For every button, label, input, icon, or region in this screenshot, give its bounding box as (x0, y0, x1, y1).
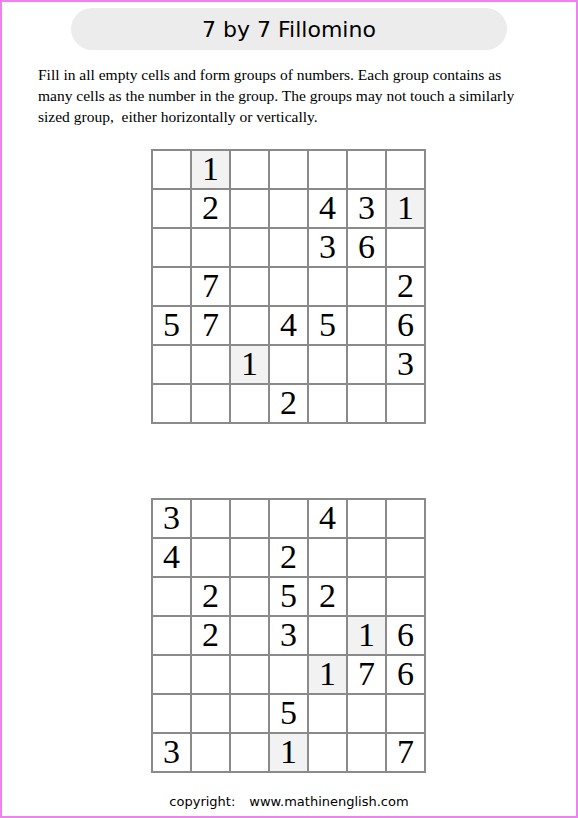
grid-cell-r6c7: 3 (387, 346, 424, 383)
grid-cell-r7c1[interactable] (153, 385, 190, 422)
grid-cell-r1c7[interactable] (387, 500, 424, 537)
grid-cell-r4c7: 2 (387, 268, 424, 305)
grid-cell-r7c4: 1 (270, 734, 307, 771)
grid-cell-r5c4[interactable] (270, 656, 307, 693)
grid-cell-r3c6: 6 (348, 229, 385, 266)
grid-cell-r2c1: 4 (153, 539, 190, 576)
grid-cell-r7c3[interactable] (231, 385, 268, 422)
grid-cell-r3c5: 2 (309, 578, 346, 615)
grid-cell-r6c7[interactable] (387, 695, 424, 732)
grid-cell-r1c2: 1 (192, 151, 229, 188)
grid-cell-r7c2[interactable] (192, 385, 229, 422)
grid-cell-r4c7: 6 (387, 617, 424, 654)
grid-cell-r1c5[interactable] (309, 151, 346, 188)
grid-cell-r5c2: 7 (192, 307, 229, 344)
grid-cell-r2c6[interactable] (348, 539, 385, 576)
grid-cell-r3c5: 3 (309, 229, 346, 266)
grid-cell-r6c4[interactable] (270, 346, 307, 383)
grid-cell-r1c3[interactable] (231, 151, 268, 188)
grid-cell-r7c6[interactable] (348, 734, 385, 771)
grid-cell-r1c6[interactable] (348, 151, 385, 188)
grid-cell-r5c1: 5 (153, 307, 190, 344)
grid-cell-r2c5[interactable] (309, 539, 346, 576)
grid-cell-r1c1[interactable] (153, 151, 190, 188)
copyright-label: copyright: (169, 794, 235, 809)
grid-cell-r5c3[interactable] (231, 656, 268, 693)
grid-cell-r2c4[interactable] (270, 190, 307, 227)
grid-cell-r3c7[interactable] (387, 229, 424, 266)
grid-cell-r1c5: 4 (309, 500, 346, 537)
grid-cell-r3c1[interactable] (153, 229, 190, 266)
grid-cell-r4c6: 1 (348, 617, 385, 654)
instructions-line-3: sized group, either horizontally or vert… (38, 106, 548, 127)
title-pill: 7 by 7 Fillomino (71, 8, 507, 50)
grid-cell-r6c5[interactable] (309, 346, 346, 383)
grid-cell-r4c5[interactable] (309, 268, 346, 305)
grid-cell-r7c5[interactable] (309, 734, 346, 771)
grid-cell-r5c7: 6 (387, 307, 424, 344)
grid-cell-r4c1[interactable] (153, 268, 190, 305)
instructions: Fill in all empty cells and form groups … (38, 64, 548, 127)
grid-cell-r7c3[interactable] (231, 734, 268, 771)
grid-cell-r5c2[interactable] (192, 656, 229, 693)
grid-cell-r6c3: 1 (231, 346, 268, 383)
grid-cell-r5c6[interactable] (348, 307, 385, 344)
grid-cell-r4c2: 2 (192, 617, 229, 654)
grid-cell-r5c1[interactable] (153, 656, 190, 693)
grid-cell-r3c4: 5 (270, 578, 307, 615)
grid-cell-r3c7[interactable] (387, 578, 424, 615)
grid-cell-r3c1[interactable] (153, 578, 190, 615)
grid-cell-r5c7: 6 (387, 656, 424, 693)
grid-cell-r1c1: 3 (153, 500, 190, 537)
grid-cell-r1c2[interactable] (192, 500, 229, 537)
copyright: copyright:www.mathinenglish.com (0, 794, 578, 809)
grid-cell-r1c3[interactable] (231, 500, 268, 537)
grid-cell-r5c5: 1 (309, 656, 346, 693)
grid-cell-r2c1[interactable] (153, 190, 190, 227)
grid-cell-r3c3[interactable] (231, 578, 268, 615)
grid-cell-r6c5[interactable] (309, 695, 346, 732)
grid-cell-r3c3[interactable] (231, 229, 268, 266)
grid-cell-r1c6[interactable] (348, 500, 385, 537)
grid-cell-r5c3[interactable] (231, 307, 268, 344)
grid-cell-r7c7[interactable] (387, 385, 424, 422)
grid-cell-r3c4[interactable] (270, 229, 307, 266)
grid-cell-r3c2: 2 (192, 578, 229, 615)
grid-cell-r2c2: 2 (192, 190, 229, 227)
grid-cell-r2c5: 4 (309, 190, 346, 227)
grid-cell-r2c4: 2 (270, 539, 307, 576)
copyright-url: www.mathinenglish.com (249, 794, 408, 809)
grid-cell-r2c3[interactable] (231, 190, 268, 227)
grid-cell-r6c6[interactable] (348, 346, 385, 383)
grid-cell-r7c5[interactable] (309, 385, 346, 422)
grid-cell-r6c3[interactable] (231, 695, 268, 732)
grid-cell-r1c7[interactable] (387, 151, 424, 188)
instructions-line-1: Fill in all empty cells and form groups … (38, 64, 548, 85)
grid-cell-r4c3[interactable] (231, 268, 268, 305)
grid-cell-r1c4[interactable] (270, 500, 307, 537)
grid-cell-r4c6[interactable] (348, 268, 385, 305)
grid-cell-r6c2[interactable] (192, 695, 229, 732)
grid-cell-r6c2[interactable] (192, 346, 229, 383)
grid-cell-r6c6[interactable] (348, 695, 385, 732)
grid-cell-r4c5[interactable] (309, 617, 346, 654)
grid-cell-r7c2[interactable] (192, 734, 229, 771)
grid-cell-r4c4: 3 (270, 617, 307, 654)
grid-cell-r2c2[interactable] (192, 539, 229, 576)
puzzle-grid-1: 12431367257456132 (151, 149, 426, 424)
grid-cell-r5c4: 4 (270, 307, 307, 344)
grid-cell-r6c4: 5 (270, 695, 307, 732)
grid-cell-r6c1[interactable] (153, 695, 190, 732)
grid-cell-r4c1[interactable] (153, 617, 190, 654)
grid-cell-r2c3[interactable] (231, 539, 268, 576)
puzzle-grid-2: 344225223161765317 (151, 498, 426, 773)
grid-cell-r5c6: 7 (348, 656, 385, 693)
grid-cell-r2c7: 1 (387, 190, 424, 227)
grid-cell-r6c1[interactable] (153, 346, 190, 383)
grid-cell-r7c1: 3 (153, 734, 190, 771)
grid-cell-r1c4[interactable] (270, 151, 307, 188)
grid-cell-r4c4[interactable] (270, 268, 307, 305)
grid-cell-r7c4: 2 (270, 385, 307, 422)
page-title: 7 by 7 Fillomino (202, 17, 376, 42)
grid-cell-r3c6[interactable] (348, 578, 385, 615)
instructions-line-2: many cells as the number in the group. T… (38, 85, 548, 106)
grid-cell-r7c6[interactable] (348, 385, 385, 422)
grid-cell-r2c7[interactable] (387, 539, 424, 576)
grid-cell-r3c2[interactable] (192, 229, 229, 266)
grid-cell-r7c7: 7 (387, 734, 424, 771)
grid-cell-r2c6: 3 (348, 190, 385, 227)
grid-cell-r4c2: 7 (192, 268, 229, 305)
grid-cell-r4c3[interactable] (231, 617, 268, 654)
grid-cell-r5c5: 5 (309, 307, 346, 344)
